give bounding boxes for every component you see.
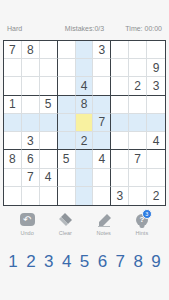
undo-button[interactable]: ↶ Undo: [12, 212, 42, 236]
cell-r6c7[interactable]: [111, 132, 129, 150]
cell-r8c8[interactable]: [129, 169, 147, 187]
cell-r4c2[interactable]: [22, 96, 40, 114]
cell-r3c4[interactable]: [58, 77, 76, 95]
numpad-7[interactable]: 7: [112, 252, 128, 272]
cell-r8c6[interactable]: [93, 169, 111, 187]
cell-r3c8[interactable]: 2: [129, 77, 147, 95]
cell-r7c5[interactable]: [76, 150, 94, 168]
cell-r2c3[interactable]: [40, 59, 58, 77]
cell-r5c3[interactable]: [40, 114, 58, 132]
cell-r8c1[interactable]: [4, 169, 22, 187]
cell-r5c5[interactable]: [76, 114, 94, 132]
cell-r2c8[interactable]: [129, 59, 147, 77]
cell-r3c6[interactable]: [93, 77, 111, 95]
cell-r8c4[interactable]: [58, 169, 76, 187]
sudoku-board: 78394231587324865477432: [3, 40, 166, 206]
cell-r4c4[interactable]: [58, 96, 76, 114]
cell-r8c3[interactable]: 4: [40, 169, 58, 187]
cell-r7c7[interactable]: [111, 150, 129, 168]
cell-r2c4[interactable]: [58, 59, 76, 77]
cell-r7c4[interactable]: 5: [58, 150, 76, 168]
cell-r1c3[interactable]: [40, 41, 58, 59]
cell-r1c1[interactable]: 7: [4, 41, 22, 59]
clear-button[interactable]: Clear: [50, 212, 80, 236]
cell-r9c4[interactable]: [58, 187, 76, 205]
cell-r3c9[interactable]: 3: [147, 77, 165, 95]
cell-r4c1[interactable]: 1: [4, 96, 22, 114]
numpad-9[interactable]: 9: [148, 252, 164, 272]
bulb-base: [139, 225, 144, 228]
cell-r5c6[interactable]: 7: [93, 114, 111, 132]
cell-r7c3[interactable]: [40, 150, 58, 168]
cell-r3c3[interactable]: [40, 77, 58, 95]
cell-r9c2[interactable]: [22, 187, 40, 205]
mistakes-counter: Mistakes:0/3: [53, 25, 117, 32]
cell-r6c9[interactable]: 4: [147, 132, 165, 150]
notes-button[interactable]: Notes: [89, 212, 119, 236]
cell-r2c7[interactable]: [111, 59, 129, 77]
cell-r7c1[interactable]: 8: [4, 150, 22, 168]
cell-r1c2[interactable]: 8: [22, 41, 40, 59]
numpad-6[interactable]: 6: [94, 252, 110, 272]
cell-r9c5[interactable]: [76, 187, 94, 205]
notes-label-clear: Clear: [59, 230, 72, 236]
cell-r5c7[interactable]: [111, 114, 129, 132]
cell-r7c2[interactable]: 6: [22, 150, 40, 168]
cell-r2c9[interactable]: 9: [147, 59, 165, 77]
timer: Time: 00:00: [116, 25, 162, 32]
cell-r8c9[interactable]: [147, 169, 165, 187]
hints-badge: 3: [142, 209, 152, 219]
cell-r2c6[interactable]: [93, 59, 111, 77]
numpad-8[interactable]: 8: [130, 252, 146, 272]
cell-r1c8[interactable]: [129, 41, 147, 59]
numpad-1[interactable]: 1: [5, 252, 21, 272]
undo-icon: ↶: [20, 213, 35, 226]
cell-r1c7[interactable]: [111, 41, 129, 59]
cell-r1c6[interactable]: 3: [93, 41, 111, 59]
cell-r3c1[interactable]: [4, 77, 22, 95]
hints-label: Hints: [136, 230, 149, 236]
cell-r4c3[interactable]: 5: [40, 96, 58, 114]
hints-button[interactable]: ? 3 Hints: [127, 212, 157, 236]
cell-r1c9[interactable]: [147, 41, 165, 59]
cell-r9c3[interactable]: [40, 187, 58, 205]
cell-r6c4[interactable]: [58, 132, 76, 150]
difficulty-label: Hard: [7, 25, 53, 32]
cell-r3c2[interactable]: [22, 77, 40, 95]
cell-r3c7[interactable]: [111, 77, 129, 95]
cell-r2c1[interactable]: [4, 59, 22, 77]
cell-r1c4[interactable]: [58, 41, 76, 59]
cell-r5c8[interactable]: [129, 114, 147, 132]
undo-label: Undo: [21, 230, 34, 236]
status-bar: Hard Mistakes:0/3 Time: 00:00: [0, 25, 169, 32]
numpad-2[interactable]: 2: [23, 252, 39, 272]
numpad: 123456789: [0, 252, 169, 272]
eraser-icon: [57, 213, 73, 227]
cell-r4c8[interactable]: [129, 96, 147, 114]
cell-r6c3[interactable]: [40, 132, 58, 150]
pencil-icon: [96, 213, 112, 227]
numpad-3[interactable]: 3: [41, 252, 57, 272]
numpad-5[interactable]: 5: [77, 252, 93, 272]
cell-r8c2[interactable]: 7: [22, 169, 40, 187]
cell-r4c9[interactable]: [147, 96, 165, 114]
cell-r9c7[interactable]: 3: [111, 187, 129, 205]
cell-r1c5[interactable]: [76, 41, 94, 59]
cell-r6c6[interactable]: [93, 132, 111, 150]
cell-r8c7[interactable]: [111, 169, 129, 187]
cell-r9c1[interactable]: [4, 187, 22, 205]
cell-r6c2[interactable]: 3: [22, 132, 40, 150]
notes-label: Notes: [96, 230, 110, 236]
cell-r2c2[interactable]: [22, 59, 40, 77]
cell-r7c6[interactable]: 4: [93, 150, 111, 168]
cell-r6c1[interactable]: [4, 132, 22, 150]
cell-r5c2[interactable]: [22, 114, 40, 132]
cell-r5c1[interactable]: [4, 114, 22, 132]
cell-r9c8[interactable]: [129, 187, 147, 205]
cell-r6c5[interactable]: 2: [76, 132, 94, 150]
cell-r9c9[interactable]: 2: [147, 187, 165, 205]
cell-r3c5[interactable]: 4: [76, 77, 94, 95]
cell-r4c6[interactable]: [93, 96, 111, 114]
cell-r4c7[interactable]: [111, 96, 129, 114]
cell-r4c5[interactable]: 8: [76, 96, 94, 114]
cell-r2c5[interactable]: [76, 59, 94, 77]
cell-r7c9[interactable]: [147, 150, 165, 168]
cell-r9c6[interactable]: [93, 187, 111, 205]
cell-r6c8[interactable]: [129, 132, 147, 150]
cell-r7c8[interactable]: 7: [129, 150, 147, 168]
numpad-4[interactable]: 4: [59, 252, 75, 272]
cell-r8c5[interactable]: [76, 169, 94, 187]
cell-r5c4[interactable]: [58, 114, 76, 132]
cell-r5c9[interactable]: [147, 114, 165, 132]
toolbar: ↶ Undo Clear Notes ? 3 Hints: [0, 212, 169, 236]
